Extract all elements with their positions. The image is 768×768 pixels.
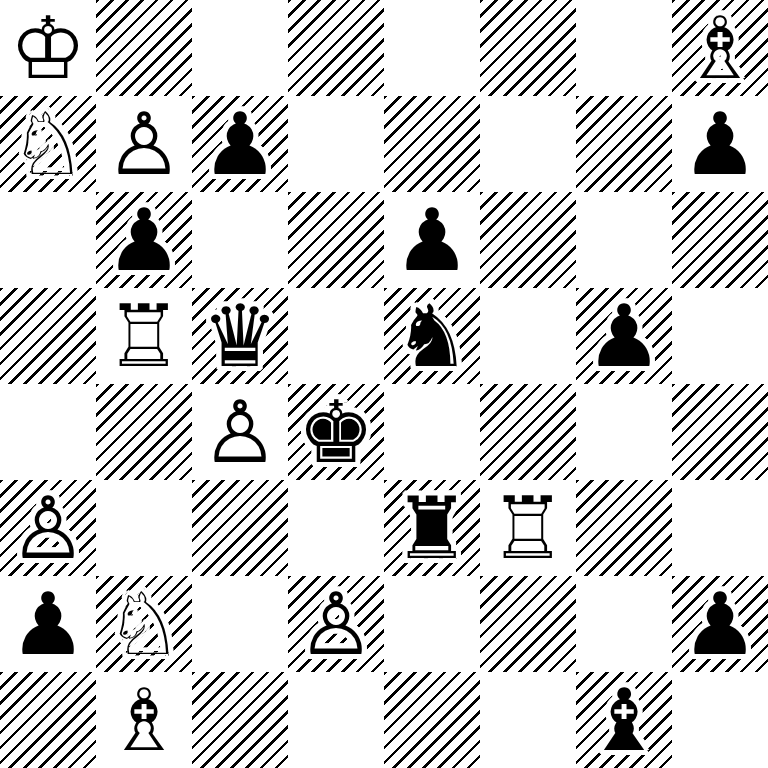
square-e2[interactable]	[384, 576, 480, 672]
piece-black-queen[interactable]: ♛	[201, 288, 278, 384]
piece-black-pawn[interactable]: ♟	[201, 96, 278, 192]
square-f4[interactable]	[480, 384, 576, 480]
square-h2[interactable]: ♟	[672, 576, 768, 672]
square-a2[interactable]: ♟	[0, 576, 96, 672]
square-d1[interactable]	[288, 672, 384, 768]
piece-white-pawn[interactable]: ♙	[201, 384, 278, 480]
square-g5[interactable]: ♟	[576, 288, 672, 384]
piece-white-knight[interactable]: ♘	[9, 96, 86, 192]
piece-white-pawn[interactable]: ♙	[9, 480, 86, 576]
square-h5[interactable]	[672, 288, 768, 384]
square-f6[interactable]	[480, 192, 576, 288]
square-b5[interactable]: ♖	[96, 288, 192, 384]
square-h3[interactable]	[672, 480, 768, 576]
chess-board: ♔♗♘♙♟♟♟♟♖♛♞♟♙♚♙♜♖♟♘♙♟♗♝	[0, 0, 768, 768]
square-f1[interactable]	[480, 672, 576, 768]
square-d8[interactable]	[288, 0, 384, 96]
square-e8[interactable]	[384, 0, 480, 96]
square-d7[interactable]	[288, 96, 384, 192]
piece-black-pawn[interactable]: ♟	[585, 288, 662, 384]
piece-black-pawn[interactable]: ♟	[393, 192, 470, 288]
square-f5[interactable]	[480, 288, 576, 384]
piece-white-king[interactable]: ♔	[9, 0, 86, 96]
square-h6[interactable]	[672, 192, 768, 288]
square-a1[interactable]	[0, 672, 96, 768]
square-g3[interactable]	[576, 480, 672, 576]
piece-black-pawn[interactable]: ♟	[681, 96, 758, 192]
square-d2[interactable]: ♙	[288, 576, 384, 672]
piece-white-rook[interactable]: ♖	[489, 480, 566, 576]
square-c4[interactable]: ♙	[192, 384, 288, 480]
square-g2[interactable]	[576, 576, 672, 672]
piece-black-king[interactable]: ♚	[297, 384, 374, 480]
square-e1[interactable]	[384, 672, 480, 768]
square-a5[interactable]	[0, 288, 96, 384]
square-b3[interactable]	[96, 480, 192, 576]
piece-white-rook[interactable]: ♖	[105, 288, 182, 384]
square-e4[interactable]	[384, 384, 480, 480]
square-b7[interactable]: ♙	[96, 96, 192, 192]
square-a8[interactable]: ♔	[0, 0, 96, 96]
piece-black-pawn[interactable]: ♟	[681, 576, 758, 672]
square-f2[interactable]	[480, 576, 576, 672]
piece-white-knight[interactable]: ♘	[105, 576, 182, 672]
square-g6[interactable]	[576, 192, 672, 288]
square-c1[interactable]	[192, 672, 288, 768]
square-b4[interactable]	[96, 384, 192, 480]
square-e5[interactable]: ♞	[384, 288, 480, 384]
square-c5[interactable]: ♛	[192, 288, 288, 384]
square-b6[interactable]: ♟	[96, 192, 192, 288]
square-b1[interactable]: ♗	[96, 672, 192, 768]
square-e7[interactable]	[384, 96, 480, 192]
square-f8[interactable]	[480, 0, 576, 96]
square-c7[interactable]: ♟	[192, 96, 288, 192]
piece-black-pawn[interactable]: ♟	[9, 576, 86, 672]
square-a4[interactable]	[0, 384, 96, 480]
square-b8[interactable]	[96, 0, 192, 96]
square-h1[interactable]	[672, 672, 768, 768]
square-h7[interactable]: ♟	[672, 96, 768, 192]
piece-white-bishop[interactable]: ♗	[105, 672, 182, 768]
square-g4[interactable]	[576, 384, 672, 480]
square-e6[interactable]: ♟	[384, 192, 480, 288]
piece-black-bishop[interactable]: ♝	[585, 672, 662, 768]
square-g1[interactable]: ♝	[576, 672, 672, 768]
square-a6[interactable]	[0, 192, 96, 288]
square-g8[interactable]	[576, 0, 672, 96]
piece-black-rook[interactable]: ♜	[393, 480, 470, 576]
square-c6[interactable]	[192, 192, 288, 288]
square-c2[interactable]	[192, 576, 288, 672]
square-g7[interactable]	[576, 96, 672, 192]
square-d6[interactable]	[288, 192, 384, 288]
square-f7[interactable]	[480, 96, 576, 192]
piece-black-pawn[interactable]: ♟	[105, 192, 182, 288]
piece-white-pawn[interactable]: ♙	[297, 576, 374, 672]
square-a7[interactable]: ♘	[0, 96, 96, 192]
square-h4[interactable]	[672, 384, 768, 480]
square-d3[interactable]	[288, 480, 384, 576]
square-e3[interactable]: ♜	[384, 480, 480, 576]
square-f3[interactable]: ♖	[480, 480, 576, 576]
square-c8[interactable]	[192, 0, 288, 96]
square-c3[interactable]	[192, 480, 288, 576]
piece-white-bishop[interactable]: ♗	[681, 0, 758, 96]
piece-white-pawn[interactable]: ♙	[105, 96, 182, 192]
square-h8[interactable]: ♗	[672, 0, 768, 96]
square-d5[interactable]	[288, 288, 384, 384]
piece-black-knight[interactable]: ♞	[393, 288, 470, 384]
square-a3[interactable]: ♙	[0, 480, 96, 576]
square-b2[interactable]: ♘	[96, 576, 192, 672]
square-d4[interactable]: ♚	[288, 384, 384, 480]
